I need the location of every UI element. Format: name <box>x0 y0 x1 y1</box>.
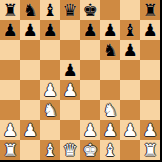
square-h5[interactable] <box>140 60 160 80</box>
piece-black-bishop: ♝ <box>42 0 57 20</box>
square-a1[interactable]: ♜ <box>0 140 20 160</box>
square-g6[interactable]: ♟ <box>120 40 140 60</box>
square-h8[interactable]: ♜ <box>140 0 160 20</box>
square-c6[interactable] <box>40 40 60 60</box>
square-g2[interactable]: ♟ <box>120 120 140 140</box>
piece-white-pawn: ♟ <box>122 120 137 140</box>
square-d8[interactable]: ♛ <box>60 0 80 20</box>
square-f2[interactable]: ♟ <box>100 120 120 140</box>
square-c2[interactable] <box>40 120 60 140</box>
square-g3[interactable] <box>120 100 140 120</box>
square-g8[interactable] <box>120 0 140 20</box>
square-c1[interactable]: ♝ <box>40 140 60 160</box>
square-c7[interactable]: ♟ <box>40 20 60 40</box>
square-a2[interactable]: ♟ <box>0 120 20 140</box>
square-e7[interactable]: ♟ <box>80 20 100 40</box>
square-b7[interactable]: ♟ <box>20 20 40 40</box>
square-a8[interactable]: ♜ <box>0 0 20 20</box>
piece-white-pawn: ♟ <box>62 80 77 100</box>
square-a3[interactable] <box>0 100 20 120</box>
square-f1[interactable]: ♝ <box>100 140 120 160</box>
piece-white-rook: ♜ <box>142 140 157 160</box>
square-a6[interactable] <box>0 40 20 60</box>
square-h6[interactable] <box>140 40 160 60</box>
square-d1[interactable]: ♛ <box>60 140 80 160</box>
square-e8[interactable]: ♚ <box>80 0 100 20</box>
square-e4[interactable] <box>80 80 100 100</box>
piece-white-knight: ♞ <box>102 100 117 120</box>
square-b6[interactable] <box>20 40 40 60</box>
square-d6[interactable] <box>60 40 80 60</box>
square-f4[interactable] <box>100 80 120 100</box>
square-h7[interactable]: ♟ <box>140 20 160 40</box>
square-a5[interactable] <box>0 60 20 80</box>
chess-board: ♜♞♝♛♚♜♟♟♟♟♟♝♟♞♟♟♟♟♞♞♟♟♟♟♟♟♜♝♛♚♝♜ <box>0 0 160 160</box>
square-g1[interactable] <box>120 140 140 160</box>
piece-black-pawn: ♟ <box>122 40 137 60</box>
square-h1[interactable]: ♜ <box>140 140 160 160</box>
square-b8[interactable]: ♞ <box>20 0 40 20</box>
piece-white-pawn: ♟ <box>2 120 17 140</box>
square-f8[interactable] <box>100 0 120 20</box>
piece-white-pawn: ♟ <box>102 120 117 140</box>
square-a7[interactable]: ♟ <box>0 20 20 40</box>
square-b4[interactable] <box>20 80 40 100</box>
square-b3[interactable] <box>20 100 40 120</box>
square-e5[interactable] <box>80 60 100 80</box>
square-c5[interactable] <box>40 60 60 80</box>
square-f7[interactable]: ♟ <box>100 20 120 40</box>
piece-black-pawn: ♟ <box>102 20 117 40</box>
piece-black-pawn: ♟ <box>62 60 77 80</box>
piece-white-knight: ♞ <box>42 100 57 120</box>
square-d2[interactable] <box>60 120 80 140</box>
square-b5[interactable] <box>20 60 40 80</box>
square-e1[interactable]: ♚ <box>80 140 100 160</box>
piece-black-knight: ♞ <box>102 40 117 60</box>
piece-white-pawn: ♟ <box>22 120 37 140</box>
piece-black-king: ♚ <box>82 0 97 20</box>
square-e2[interactable]: ♟ <box>80 120 100 140</box>
square-d3[interactable] <box>60 100 80 120</box>
square-d5[interactable]: ♟ <box>60 60 80 80</box>
piece-white-pawn: ♟ <box>142 120 157 140</box>
piece-black-rook: ♜ <box>2 0 17 20</box>
piece-white-king: ♚ <box>82 140 97 160</box>
square-a4[interactable] <box>0 80 20 100</box>
square-e6[interactable] <box>80 40 100 60</box>
square-c8[interactable]: ♝ <box>40 0 60 20</box>
square-f6[interactable]: ♞ <box>100 40 120 60</box>
piece-white-bishop: ♝ <box>102 140 117 160</box>
square-g7[interactable]: ♝ <box>120 20 140 40</box>
piece-white-queen: ♛ <box>62 140 77 160</box>
square-d4[interactable]: ♟ <box>60 80 80 100</box>
square-g4[interactable] <box>120 80 140 100</box>
square-f5[interactable] <box>100 60 120 80</box>
piece-black-pawn: ♟ <box>42 20 57 40</box>
square-f3[interactable]: ♞ <box>100 100 120 120</box>
square-d7[interactable] <box>60 20 80 40</box>
square-e3[interactable] <box>80 100 100 120</box>
square-h2[interactable]: ♟ <box>140 120 160 140</box>
piece-black-pawn: ♟ <box>22 20 37 40</box>
square-b1[interactable] <box>20 140 40 160</box>
piece-black-pawn: ♟ <box>142 20 157 40</box>
piece-white-rook: ♜ <box>2 140 17 160</box>
piece-white-bishop: ♝ <box>42 140 57 160</box>
square-h4[interactable] <box>140 80 160 100</box>
square-b2[interactable]: ♟ <box>20 120 40 140</box>
piece-black-queen: ♛ <box>62 0 77 20</box>
chess-app-frame: ♜♞♝♛♚♜♟♟♟♟♟♝♟♞♟♟♟♟♞♞♟♟♟♟♟♟♜♝♛♚♝♜ <box>0 0 162 162</box>
square-c3[interactable]: ♞ <box>40 100 60 120</box>
piece-black-rook: ♜ <box>142 0 157 20</box>
piece-black-pawn: ♟ <box>82 20 97 40</box>
piece-white-pawn: ♟ <box>42 80 57 100</box>
piece-white-pawn: ♟ <box>82 120 97 140</box>
square-g5[interactable] <box>120 60 140 80</box>
square-c4[interactable]: ♟ <box>40 80 60 100</box>
square-h3[interactable] <box>140 100 160 120</box>
piece-black-knight: ♞ <box>22 0 37 20</box>
piece-black-pawn: ♟ <box>2 20 17 40</box>
piece-black-bishop: ♝ <box>122 20 137 40</box>
